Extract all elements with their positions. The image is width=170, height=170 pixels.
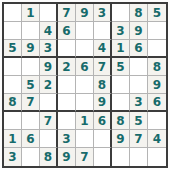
- cell-r8c6[interactable]: [94, 130, 112, 148]
- cell-r1c6[interactable]: 3: [94, 4, 112, 22]
- cell-r7c8[interactable]: 5: [130, 112, 148, 130]
- cell-r4c4[interactable]: 2: [58, 58, 76, 76]
- cell-r1c5[interactable]: 9: [76, 4, 94, 22]
- cell-r5c8[interactable]: [130, 76, 148, 94]
- cell-r5c3[interactable]: 2: [40, 76, 58, 94]
- cell-r8c8[interactable]: 7: [130, 130, 148, 148]
- cell-r4c3[interactable]: 9: [40, 58, 58, 76]
- cell-r5c7[interactable]: [112, 76, 130, 94]
- cell-r1c9[interactable]: 5: [148, 4, 166, 22]
- cell-r3c5[interactable]: [76, 40, 94, 58]
- cell-r1c8[interactable]: 8: [130, 4, 148, 22]
- cell-r6c7[interactable]: [112, 94, 130, 112]
- cell-r9c7[interactable]: [112, 148, 130, 166]
- cell-r5c4[interactable]: [58, 76, 76, 94]
- sudoku-board: 1793854639593416926758528987936716851639…: [2, 2, 168, 168]
- cell-r6c8[interactable]: 3: [130, 94, 148, 112]
- cell-r2c2[interactable]: [22, 22, 40, 40]
- cell-r7c2[interactable]: [22, 112, 40, 130]
- cell-r9c2[interactable]: [22, 148, 40, 166]
- cell-r9c1[interactable]: 3: [4, 148, 22, 166]
- cell-r5c2[interactable]: 5: [22, 76, 40, 94]
- cell-r9c5[interactable]: 7: [76, 148, 94, 166]
- cell-r8c4[interactable]: 3: [58, 130, 76, 148]
- sudoku-page: 1793854639593416926758528987936716851639…: [0, 0, 170, 170]
- cell-r8c9[interactable]: 4: [148, 130, 166, 148]
- cell-r9c6[interactable]: [94, 148, 112, 166]
- cell-r6c9[interactable]: 6: [148, 94, 166, 112]
- cell-r4c6[interactable]: 7: [94, 58, 112, 76]
- cell-r4c8[interactable]: [130, 58, 148, 76]
- cell-r3c3[interactable]: 3: [40, 40, 58, 58]
- cell-r5c9[interactable]: 9: [148, 76, 166, 94]
- cell-r1c3[interactable]: [40, 4, 58, 22]
- cell-r2c3[interactable]: 4: [40, 22, 58, 40]
- cell-r5c5[interactable]: [76, 76, 94, 94]
- cell-r6c3[interactable]: [40, 94, 58, 112]
- cell-r2c8[interactable]: 9: [130, 22, 148, 40]
- cell-r1c2[interactable]: 1: [22, 4, 40, 22]
- cell-r4c5[interactable]: 6: [76, 58, 94, 76]
- cell-r2c4[interactable]: 6: [58, 22, 76, 40]
- cell-r3c2[interactable]: 9: [22, 40, 40, 58]
- cell-r3c8[interactable]: 6: [130, 40, 148, 58]
- cell-r9c3[interactable]: 8: [40, 148, 58, 166]
- cell-r7c4[interactable]: [58, 112, 76, 130]
- cell-r4c2[interactable]: [22, 58, 40, 76]
- cell-r7c3[interactable]: 7: [40, 112, 58, 130]
- cell-r4c9[interactable]: 8: [148, 58, 166, 76]
- cell-r7c5[interactable]: 1: [76, 112, 94, 130]
- cell-r9c4[interactable]: 9: [58, 148, 76, 166]
- cell-r7c1[interactable]: [4, 112, 22, 130]
- cell-r8c5[interactable]: [76, 130, 94, 148]
- cell-r3c4[interactable]: [58, 40, 76, 58]
- cell-r1c7[interactable]: [112, 4, 130, 22]
- cell-r8c1[interactable]: 1: [4, 130, 22, 148]
- cell-r9c8[interactable]: [130, 148, 148, 166]
- cell-r7c9[interactable]: [148, 112, 166, 130]
- cell-r1c4[interactable]: 7: [58, 4, 76, 22]
- cell-r7c7[interactable]: 8: [112, 112, 130, 130]
- cell-r6c1[interactable]: 8: [4, 94, 22, 112]
- cell-r5c1[interactable]: [4, 76, 22, 94]
- cell-r3c9[interactable]: [148, 40, 166, 58]
- cell-r8c7[interactable]: 9: [112, 130, 130, 148]
- cell-r8c2[interactable]: 6: [22, 130, 40, 148]
- cell-r3c6[interactable]: 4: [94, 40, 112, 58]
- cell-r9c9[interactable]: [148, 148, 166, 166]
- cell-r3c1[interactable]: 5: [4, 40, 22, 58]
- cell-r2c6[interactable]: [94, 22, 112, 40]
- cell-r5c6[interactable]: 8: [94, 76, 112, 94]
- cell-r7c6[interactable]: 6: [94, 112, 112, 130]
- cell-r6c2[interactable]: 7: [22, 94, 40, 112]
- cell-r2c1[interactable]: [4, 22, 22, 40]
- cell-r2c9[interactable]: [148, 22, 166, 40]
- cell-r8c3[interactable]: [40, 130, 58, 148]
- cell-r4c1[interactable]: [4, 58, 22, 76]
- cell-r6c5[interactable]: [76, 94, 94, 112]
- cell-r6c6[interactable]: 9: [94, 94, 112, 112]
- cell-r1c1[interactable]: [4, 4, 22, 22]
- cell-r6c4[interactable]: [58, 94, 76, 112]
- cell-r3c7[interactable]: 1: [112, 40, 130, 58]
- cell-r2c7[interactable]: 3: [112, 22, 130, 40]
- cell-r4c7[interactable]: 5: [112, 58, 130, 76]
- cell-r2c5[interactable]: [76, 22, 94, 40]
